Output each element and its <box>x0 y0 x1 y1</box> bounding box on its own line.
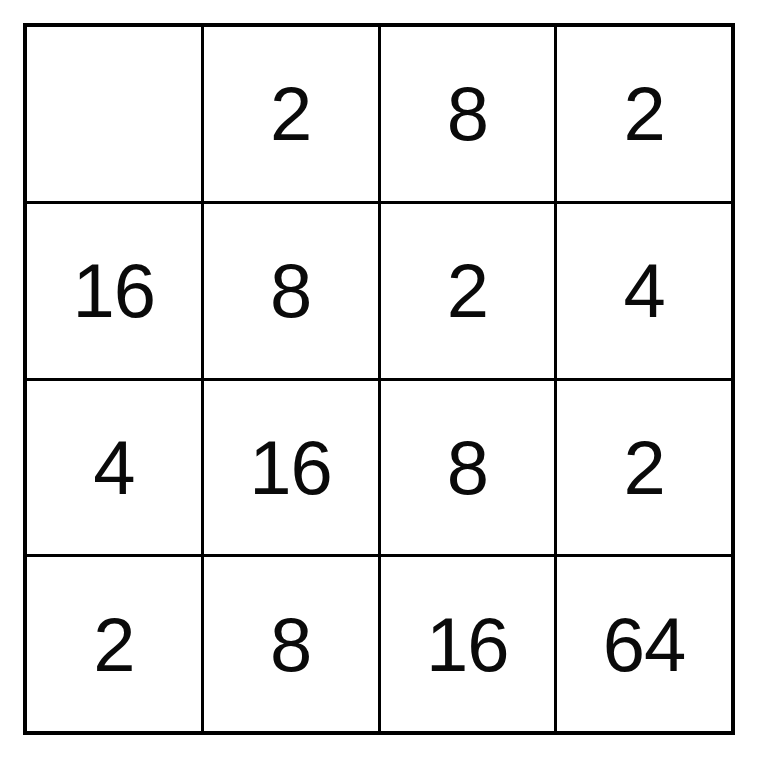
cell-r1c1 <box>27 27 201 201</box>
cell-r2c4: 4 <box>557 204 731 378</box>
cell-r4c4: 64 <box>557 557 731 731</box>
cell-r3c2: 16 <box>204 381 378 555</box>
cell-r4c1: 2 <box>27 557 201 731</box>
cell-r2c3: 2 <box>381 204 555 378</box>
page: 2 8 2 16 8 2 4 4 16 8 2 2 8 16 64 <box>0 0 762 766</box>
cell-r4c3: 16 <box>381 557 555 731</box>
cell-r3c3: 8 <box>381 381 555 555</box>
cell-r3c4: 2 <box>557 381 731 555</box>
cell-r1c4: 2 <box>557 27 731 201</box>
2048-board: 2 8 2 16 8 2 4 4 16 8 2 2 8 16 64 <box>23 23 735 735</box>
cell-r2c2: 8 <box>204 204 378 378</box>
cell-r2c1: 16 <box>27 204 201 378</box>
cell-r4c2: 8 <box>204 557 378 731</box>
cell-r1c3: 8 <box>381 27 555 201</box>
cell-r1c2: 2 <box>204 27 378 201</box>
cell-r3c1: 4 <box>27 381 201 555</box>
